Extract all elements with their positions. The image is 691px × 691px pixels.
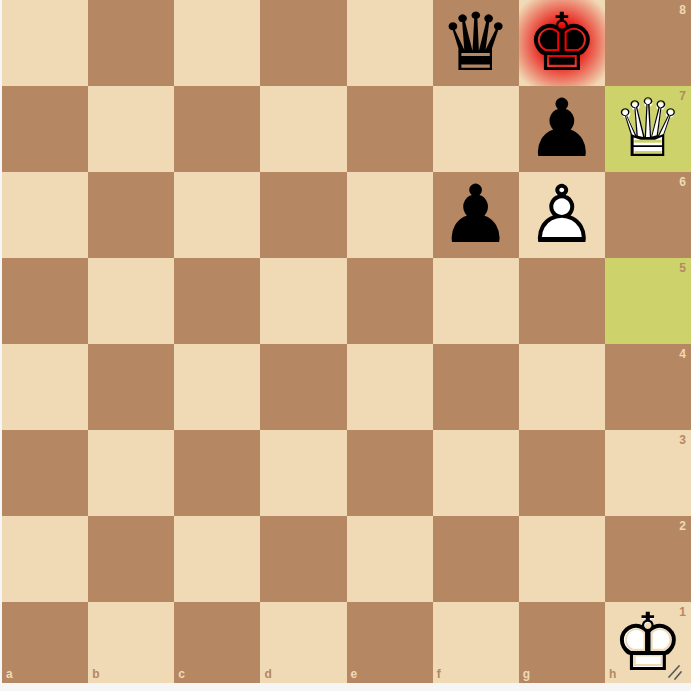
board-resize-handle-icon[interactable] — [665, 663, 682, 680]
square-g1[interactable]: g — [519, 602, 605, 683]
square-b8[interactable] — [88, 0, 174, 86]
square-d1[interactable]: d — [260, 602, 346, 683]
rank-label-3: 3 — [679, 433, 686, 447]
square-d5[interactable] — [260, 258, 346, 344]
square-b4[interactable] — [88, 344, 174, 430]
square-g3[interactable] — [519, 430, 605, 516]
rank-label-4: 4 — [679, 347, 686, 361]
file-label-e: e — [351, 667, 358, 681]
square-b1[interactable]: b — [88, 602, 174, 683]
file-label-f: f — [437, 667, 441, 681]
piece-white-queen-h7[interactable]: ♛♕ — [605, 86, 691, 172]
square-b3[interactable] — [88, 430, 174, 516]
diagonal-grip-icon — [665, 663, 682, 680]
white-queen-outline-icon: ♕ — [605, 86, 691, 172]
square-c3[interactable] — [174, 430, 260, 516]
square-c7[interactable] — [174, 86, 260, 172]
file-label-d: d — [264, 667, 271, 681]
square-e1[interactable]: e — [347, 602, 433, 683]
square-b7[interactable] — [88, 86, 174, 172]
square-h8[interactable]: 8 — [605, 0, 691, 86]
chess-board: ♛♚8♟♛♕7♟♟♙65432abcdefg♚♔1h — [2, 0, 691, 683]
rank-label-5: 5 — [679, 261, 686, 275]
square-c2[interactable] — [174, 516, 260, 602]
square-d3[interactable] — [260, 430, 346, 516]
square-b2[interactable] — [88, 516, 174, 602]
square-h7[interactable]: ♛♕7 — [605, 86, 691, 172]
square-a8[interactable] — [2, 0, 88, 86]
square-h6[interactable]: 6 — [605, 172, 691, 258]
white-pawn-icon: ♟ — [519, 172, 605, 258]
rank-label-6: 6 — [679, 175, 686, 189]
square-c8[interactable] — [174, 0, 260, 86]
square-f2[interactable] — [433, 516, 519, 602]
square-e8[interactable] — [347, 0, 433, 86]
square-g8[interactable]: ♚ — [519, 0, 605, 86]
square-g4[interactable] — [519, 344, 605, 430]
square-a2[interactable] — [2, 516, 88, 602]
file-label-a: a — [6, 667, 13, 681]
square-d8[interactable] — [260, 0, 346, 86]
square-a7[interactable] — [2, 86, 88, 172]
square-d7[interactable] — [260, 86, 346, 172]
rank-label-1: 1 — [679, 605, 686, 619]
piece-white-pawn-g6[interactable]: ♟♙ — [519, 172, 605, 258]
square-h2[interactable]: 2 — [605, 516, 691, 602]
square-g2[interactable] — [519, 516, 605, 602]
square-h4[interactable]: 4 — [605, 344, 691, 430]
square-a4[interactable] — [2, 344, 88, 430]
square-e7[interactable] — [347, 86, 433, 172]
square-c5[interactable] — [174, 258, 260, 344]
square-e3[interactable] — [347, 430, 433, 516]
square-f3[interactable] — [433, 430, 519, 516]
square-f6[interactable]: ♟ — [433, 172, 519, 258]
square-b5[interactable] — [88, 258, 174, 344]
square-g7[interactable]: ♟ — [519, 86, 605, 172]
rank-label-2: 2 — [679, 519, 686, 533]
square-e2[interactable] — [347, 516, 433, 602]
square-h5[interactable]: 5 — [605, 258, 691, 344]
black-queen-icon: ♛ — [433, 0, 519, 86]
square-g5[interactable] — [519, 258, 605, 344]
file-label-c: c — [178, 667, 185, 681]
square-d6[interactable] — [260, 172, 346, 258]
square-c6[interactable] — [174, 172, 260, 258]
square-f5[interactable] — [433, 258, 519, 344]
piece-black-queen-f8[interactable]: ♛ — [433, 0, 519, 86]
square-e6[interactable] — [347, 172, 433, 258]
page-background: ♛♚8♟♛♕7♟♟♙65432abcdefg♚♔1h — [0, 0, 691, 691]
piece-black-king-g8[interactable]: ♚ — [519, 0, 605, 86]
square-d4[interactable] — [260, 344, 346, 430]
piece-black-pawn-g7[interactable]: ♟ — [519, 86, 605, 172]
rank-label-8: 8 — [679, 3, 686, 17]
square-c4[interactable] — [174, 344, 260, 430]
white-pawn-outline-icon: ♙ — [519, 172, 605, 258]
square-e5[interactable] — [347, 258, 433, 344]
square-a3[interactable] — [2, 430, 88, 516]
black-pawn-icon: ♟ — [433, 172, 519, 258]
file-label-h: h — [609, 667, 616, 681]
file-label-b: b — [92, 667, 99, 681]
square-a6[interactable] — [2, 172, 88, 258]
square-a1[interactable]: a — [2, 602, 88, 683]
square-a5[interactable] — [2, 258, 88, 344]
square-b6[interactable] — [88, 172, 174, 258]
piece-black-pawn-f6[interactable]: ♟ — [433, 172, 519, 258]
square-d2[interactable] — [260, 516, 346, 602]
black-pawn-icon: ♟ — [519, 86, 605, 172]
square-f1[interactable]: f — [433, 602, 519, 683]
square-e4[interactable] — [347, 344, 433, 430]
square-c1[interactable]: c — [174, 602, 260, 683]
square-f4[interactable] — [433, 344, 519, 430]
square-f8[interactable]: ♛ — [433, 0, 519, 86]
square-f7[interactable] — [433, 86, 519, 172]
rank-label-7: 7 — [679, 89, 686, 103]
square-g6[interactable]: ♟♙ — [519, 172, 605, 258]
white-queen-icon: ♛ — [605, 86, 691, 172]
black-king-icon: ♚ — [519, 0, 605, 86]
square-h3[interactable]: 3 — [605, 430, 691, 516]
file-label-g: g — [523, 667, 530, 681]
